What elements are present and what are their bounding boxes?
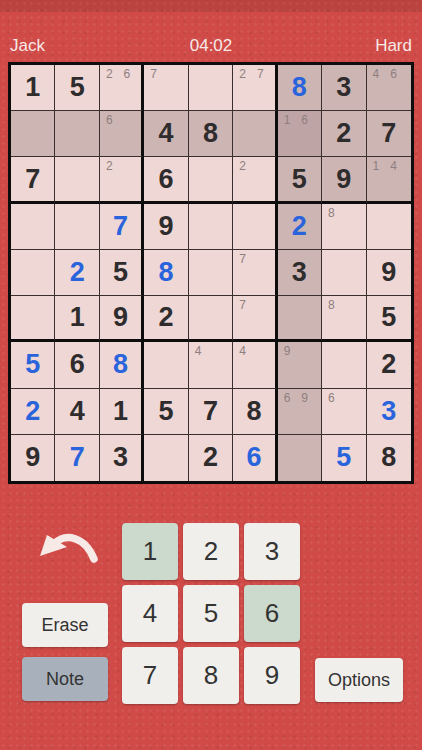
cell-r4c4[interactable]: 9: [144, 204, 188, 250]
cell-r8c2[interactable]: 4: [55, 389, 99, 435]
cell-r5c6[interactable]: 7: [233, 250, 277, 296]
cell-r9c2[interactable]: 7: [55, 435, 99, 481]
cell-r6c2[interactable]: 1: [55, 296, 99, 342]
cell-r6c9[interactable]: 5: [367, 296, 411, 342]
cell-r8c4[interactable]: 5: [144, 389, 188, 435]
cell-r9c3[interactable]: 3: [100, 435, 144, 481]
cell-r1c7[interactable]: 8: [278, 65, 322, 111]
cell-r5c1[interactable]: [11, 250, 55, 296]
cell-r7c6[interactable]: 4: [233, 342, 277, 388]
cell-notes: 7: [144, 65, 187, 81]
cell-notes: 2: [233, 157, 274, 173]
cell-r9c6[interactable]: 6: [233, 435, 277, 481]
numpad-key-6[interactable]: 6: [244, 585, 300, 642]
cell-r2c8[interactable]: 2: [322, 111, 366, 157]
cell-notes: 16: [278, 111, 321, 127]
cell-r5c4[interactable]: 8: [144, 250, 188, 296]
cell-r1c8[interactable]: 3: [322, 65, 366, 111]
cell-r1c1[interactable]: 1: [11, 65, 55, 111]
cell-r8c1[interactable]: 2: [11, 389, 55, 435]
erase-button[interactable]: Erase: [22, 603, 108, 647]
cell-notes: 69: [278, 389, 321, 405]
cell-r8c7[interactable]: 69: [278, 389, 322, 435]
cell-notes: 4: [233, 342, 274, 358]
cell-r5c8[interactable]: [322, 250, 366, 296]
cell-r3c3[interactable]: 2: [100, 157, 144, 203]
cell-r5c9[interactable]: 9: [367, 250, 411, 296]
numpad-key-9[interactable]: 9: [244, 647, 300, 704]
cell-r9c1[interactable]: 9: [11, 435, 55, 481]
cell-r9c5[interactable]: 2: [189, 435, 233, 481]
cell-r7c7[interactable]: 9: [278, 342, 322, 388]
cell-r5c7[interactable]: 3: [278, 250, 322, 296]
numpad-key-5[interactable]: 5: [183, 585, 239, 642]
note-button[interactable]: Note: [22, 657, 108, 701]
options-button[interactable]: Options: [315, 658, 403, 702]
cell-notes: 6: [322, 389, 365, 405]
cell-notes: 46: [367, 65, 411, 81]
cell-r2c5[interactable]: 8: [189, 111, 233, 157]
numpad-key-1[interactable]: 1: [122, 523, 178, 580]
cell-r4c9[interactable]: [367, 204, 411, 250]
cell-r7c3[interactable]: 8: [100, 342, 144, 388]
numpad: 123456789: [122, 523, 300, 704]
app-screen: Jack 04:02 Hard 152672783466481627726259…: [0, 0, 422, 750]
numpad-key-3[interactable]: 3: [244, 523, 300, 580]
undo-button[interactable]: [36, 530, 102, 572]
cell-r3c6[interactable]: 2: [233, 157, 277, 203]
cell-r8c5[interactable]: 7: [189, 389, 233, 435]
cell-r9c8[interactable]: 5: [322, 435, 366, 481]
cell-r3c1[interactable]: 7: [11, 157, 55, 203]
cell-notes: 14: [367, 157, 411, 173]
numpad-key-7[interactable]: 7: [122, 647, 178, 704]
top-bar: Jack 04:02 Hard: [0, 34, 422, 58]
cell-r6c3[interactable]: 9: [100, 296, 144, 342]
cell-r6c8[interactable]: 8: [322, 296, 366, 342]
cell-r7c5[interactable]: 4: [189, 342, 233, 388]
cell-r2c4[interactable]: 4: [144, 111, 188, 157]
cell-r8c6[interactable]: 8: [233, 389, 277, 435]
cell-r2c6[interactable]: [233, 111, 277, 157]
cell-r6c7[interactable]: [278, 296, 322, 342]
cell-r9c9[interactable]: 8: [367, 435, 411, 481]
cell-r4c2[interactable]: [55, 204, 99, 250]
timer: 04:02: [0, 34, 422, 58]
cell-r3c5[interactable]: [189, 157, 233, 203]
cell-r6c5[interactable]: [189, 296, 233, 342]
cell-r9c7[interactable]: [278, 435, 322, 481]
cell-r8c3[interactable]: 1: [100, 389, 144, 435]
cell-r1c4[interactable]: 7: [144, 65, 188, 111]
cell-notes: 8: [322, 204, 365, 220]
sudoku-grid: 1526727834664816277262591479282587391927…: [8, 62, 414, 484]
numpad-key-4[interactable]: 4: [122, 585, 178, 642]
cell-notes: 26: [100, 65, 141, 81]
cell-r1c9[interactable]: 46: [367, 65, 411, 111]
cell-r1c2[interactable]: 5: [55, 65, 99, 111]
cell-r3c8[interactable]: 9: [322, 157, 366, 203]
cell-r7c9[interactable]: 2: [367, 342, 411, 388]
cell-r4c5[interactable]: [189, 204, 233, 250]
cell-r3c7[interactable]: 5: [278, 157, 322, 203]
cell-r3c4[interactable]: 6: [144, 157, 188, 203]
cell-r1c3[interactable]: 26: [100, 65, 144, 111]
cell-notes: 6: [100, 111, 141, 127]
cell-r2c3[interactable]: 6: [100, 111, 144, 157]
cell-r8c8[interactable]: 6: [322, 389, 366, 435]
cell-r3c2[interactable]: [55, 157, 99, 203]
cell-r1c6[interactable]: 27: [233, 65, 277, 111]
undo-arrow-icon: [36, 530, 102, 572]
cell-r6c1[interactable]: [11, 296, 55, 342]
cell-r8c9[interactable]: 3: [367, 389, 411, 435]
cell-notes: 9: [278, 342, 321, 358]
cell-r6c6[interactable]: 7: [233, 296, 277, 342]
numpad-key-8[interactable]: 8: [183, 647, 239, 704]
cell-r2c9[interactable]: 7: [367, 111, 411, 157]
cell-notes: 27: [233, 65, 274, 81]
cell-r4c3[interactable]: 7: [100, 204, 144, 250]
cell-notes: 8: [322, 296, 365, 312]
cell-r4c6[interactable]: [233, 204, 277, 250]
cell-r6c4[interactable]: 2: [144, 296, 188, 342]
cell-r7c4[interactable]: [144, 342, 188, 388]
cell-r5c5[interactable]: [189, 250, 233, 296]
cell-r2c7[interactable]: 16: [278, 111, 322, 157]
cell-r1c5[interactable]: [189, 65, 233, 111]
cell-r4c7[interactable]: 2: [278, 204, 322, 250]
numpad-key-2[interactable]: 2: [183, 523, 239, 580]
cell-r4c8[interactable]: 8: [322, 204, 366, 250]
cell-r5c2[interactable]: 2: [55, 250, 99, 296]
cell-notes: 4: [189, 342, 232, 358]
cell-notes: 7: [233, 250, 274, 266]
cell-r7c2[interactable]: 6: [55, 342, 99, 388]
status-bar-overlay: [0, 0, 422, 12]
cell-r7c1[interactable]: 5: [11, 342, 55, 388]
difficulty-label: Hard: [375, 34, 412, 58]
cell-r7c8[interactable]: [322, 342, 366, 388]
cell-r4c1[interactable]: [11, 204, 55, 250]
cell-r3c9[interactable]: 14: [367, 157, 411, 203]
cell-r5c3[interactable]: 5: [100, 250, 144, 296]
cell-r2c2[interactable]: [55, 111, 99, 157]
cell-r9c4[interactable]: [144, 435, 188, 481]
cell-notes: 7: [233, 296, 274, 312]
cell-notes: 2: [100, 157, 141, 173]
cell-r2c1[interactable]: [11, 111, 55, 157]
